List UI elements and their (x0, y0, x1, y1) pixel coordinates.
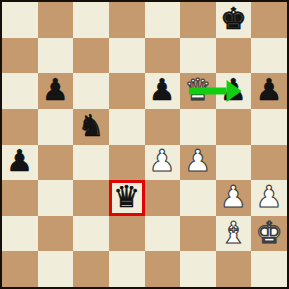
square-d5[interactable] (109, 109, 145, 145)
square-g7[interactable] (216, 38, 252, 74)
square-c4[interactable] (73, 145, 109, 181)
piece-white-bishop[interactable]: ♝ (220, 218, 247, 248)
square-f8[interactable] (180, 2, 216, 38)
piece-white-pawn[interactable]: ♟ (184, 146, 211, 176)
square-f4[interactable]: ♟ (180, 145, 216, 181)
square-a6[interactable] (2, 73, 38, 109)
square-c3[interactable] (73, 180, 109, 216)
chess-board-frame: ♚♟♟♛♟♟♞♟♟♟♛♟♟♝♚ (0, 0, 289, 289)
square-b7[interactable] (38, 38, 74, 74)
square-f5[interactable] (180, 109, 216, 145)
square-h5[interactable] (251, 109, 287, 145)
square-a8[interactable] (2, 2, 38, 38)
square-e1[interactable] (145, 251, 181, 287)
chess-board: ♚♟♟♛♟♟♞♟♟♟♛♟♟♝♚ (2, 2, 287, 287)
piece-white-pawn[interactable]: ♟ (149, 146, 176, 176)
square-d4[interactable] (109, 145, 145, 181)
square-b6[interactable]: ♟ (38, 73, 74, 109)
square-b8[interactable] (38, 2, 74, 38)
square-h2[interactable]: ♚ (251, 216, 287, 252)
square-e6[interactable]: ♟ (145, 73, 181, 109)
square-f3[interactable] (180, 180, 216, 216)
square-b2[interactable] (38, 216, 74, 252)
square-d1[interactable] (109, 251, 145, 287)
square-h8[interactable] (251, 2, 287, 38)
square-e4[interactable]: ♟ (145, 145, 181, 181)
square-d3[interactable]: ♛ (109, 180, 145, 216)
square-a2[interactable] (2, 216, 38, 252)
square-b4[interactable] (38, 145, 74, 181)
square-b1[interactable] (38, 251, 74, 287)
square-e3[interactable] (145, 180, 181, 216)
square-d2[interactable] (109, 216, 145, 252)
square-g1[interactable] (216, 251, 252, 287)
square-c8[interactable] (73, 2, 109, 38)
square-a3[interactable] (2, 180, 38, 216)
square-a7[interactable] (2, 38, 38, 74)
square-h4[interactable] (251, 145, 287, 181)
square-c5[interactable]: ♞ (73, 109, 109, 145)
square-f7[interactable] (180, 38, 216, 74)
square-b3[interactable] (38, 180, 74, 216)
square-b5[interactable] (38, 109, 74, 145)
piece-white-pawn[interactable]: ♟ (220, 182, 247, 212)
square-h1[interactable] (251, 251, 287, 287)
piece-white-pawn[interactable]: ♟ (256, 182, 283, 212)
square-g4[interactable] (216, 145, 252, 181)
piece-black-queen[interactable]: ♛ (113, 182, 140, 212)
square-a5[interactable] (2, 109, 38, 145)
square-h7[interactable] (251, 38, 287, 74)
square-c2[interactable] (73, 216, 109, 252)
square-g3[interactable]: ♟ (216, 180, 252, 216)
square-c1[interactable] (73, 251, 109, 287)
square-a1[interactable] (2, 251, 38, 287)
square-g8[interactable]: ♚ (216, 2, 252, 38)
square-h6[interactable]: ♟ (251, 73, 287, 109)
piece-black-pawn[interactable]: ♟ (42, 75, 69, 105)
square-a4[interactable]: ♟ (2, 145, 38, 181)
square-e5[interactable] (145, 109, 181, 145)
square-d8[interactable] (109, 2, 145, 38)
piece-black-pawn[interactable]: ♟ (149, 75, 176, 105)
square-d7[interactable] (109, 38, 145, 74)
square-c7[interactable] (73, 38, 109, 74)
square-g2[interactable]: ♝ (216, 216, 252, 252)
square-g5[interactable] (216, 109, 252, 145)
square-g6[interactable]: ♟ (216, 73, 252, 109)
piece-black-king[interactable]: ♚ (220, 4, 247, 34)
square-f6[interactable]: ♛ (180, 73, 216, 109)
square-e2[interactable] (145, 216, 181, 252)
piece-black-pawn[interactable]: ♟ (6, 146, 33, 176)
square-d6[interactable] (109, 73, 145, 109)
square-c6[interactable] (73, 73, 109, 109)
piece-black-pawn[interactable]: ♟ (256, 75, 283, 105)
piece-black-knight[interactable]: ♞ (78, 111, 105, 141)
piece-white-king[interactable]: ♚ (256, 218, 283, 248)
square-f2[interactable] (180, 216, 216, 252)
piece-black-pawn[interactable]: ♟ (220, 75, 247, 105)
square-h3[interactable]: ♟ (251, 180, 287, 216)
square-e7[interactable] (145, 38, 181, 74)
piece-white-queen[interactable]: ♛ (184, 75, 211, 105)
square-e8[interactable] (145, 2, 181, 38)
square-f1[interactable] (180, 251, 216, 287)
